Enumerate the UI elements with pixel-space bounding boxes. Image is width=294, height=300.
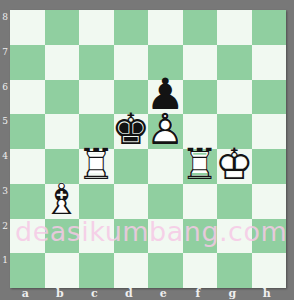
square-h7[interactable] <box>252 45 287 80</box>
square-a5[interactable] <box>10 114 45 149</box>
board-frame: ♟♚♟♙♜♖♜♖♚♔♝♗ 87654321 abcdefgh deasikumb… <box>0 0 294 300</box>
white-rook[interactable]: ♜♖ <box>183 147 218 182</box>
king-glyph-outline: ♔ <box>215 143 254 186</box>
file-label-a: a <box>8 288 43 300</box>
square-h3[interactable] <box>252 184 287 219</box>
square-d8[interactable] <box>114 10 149 45</box>
file-label-h: h <box>250 288 285 300</box>
square-c3[interactable] <box>79 184 114 219</box>
rank-label-7: 7 <box>0 47 10 57</box>
square-g1[interactable] <box>217 253 252 288</box>
square-e4[interactable] <box>148 149 183 184</box>
square-b7[interactable] <box>45 45 80 80</box>
file-label-f: f <box>181 288 216 300</box>
square-b5[interactable] <box>45 114 80 149</box>
square-f3[interactable] <box>183 184 218 219</box>
file-label-d: d <box>112 288 147 300</box>
rank-label-3: 3 <box>0 186 10 196</box>
file-label-b: b <box>43 288 78 300</box>
square-c1[interactable] <box>79 253 114 288</box>
square-g3[interactable] <box>217 184 252 219</box>
square-b3[interactable]: ♝♗ <box>45 184 80 219</box>
rank-label-4: 4 <box>0 151 10 161</box>
square-a1[interactable] <box>10 253 45 288</box>
square-g7[interactable] <box>217 45 252 80</box>
square-f6[interactable] <box>183 80 218 115</box>
rook-glyph-outline: ♖ <box>180 143 219 186</box>
square-d4[interactable] <box>114 149 149 184</box>
square-h6[interactable] <box>252 80 287 115</box>
white-rook[interactable]: ♜♖ <box>79 147 114 182</box>
square-g4[interactable]: ♚♔ <box>217 149 252 184</box>
square-f7[interactable] <box>183 45 218 80</box>
square-f4[interactable]: ♜♖ <box>183 149 218 184</box>
square-f8[interactable] <box>183 10 218 45</box>
square-h5[interactable] <box>252 114 287 149</box>
square-c6[interactable] <box>79 80 114 115</box>
square-d7[interactable] <box>114 45 149 80</box>
rook-glyph-outline: ♖ <box>77 143 116 186</box>
bishop-glyph-outline: ♗ <box>42 178 81 221</box>
rank-label-2: 2 <box>0 221 10 231</box>
square-b8[interactable] <box>45 10 80 45</box>
square-a8[interactable] <box>10 10 45 45</box>
square-d5[interactable]: ♚ <box>114 114 149 149</box>
rank-label-1: 1 <box>0 255 10 265</box>
file-label-g: g <box>215 288 250 300</box>
square-b1[interactable] <box>45 253 80 288</box>
square-a3[interactable] <box>10 184 45 219</box>
square-h8[interactable] <box>252 10 287 45</box>
square-e5[interactable]: ♟♙ <box>148 114 183 149</box>
square-d3[interactable] <box>114 184 149 219</box>
square-e8[interactable] <box>148 10 183 45</box>
square-h4[interactable] <box>252 149 287 184</box>
square-c4[interactable]: ♜♖ <box>79 149 114 184</box>
square-g8[interactable] <box>217 10 252 45</box>
square-h1[interactable] <box>252 253 287 288</box>
file-label-e: e <box>146 288 181 300</box>
square-c7[interactable] <box>79 45 114 80</box>
white-pawn[interactable]: ♟♙ <box>148 112 183 147</box>
square-a7[interactable] <box>10 45 45 80</box>
white-bishop[interactable]: ♝♗ <box>45 182 80 217</box>
rank-label-8: 8 <box>0 12 10 22</box>
square-g6[interactable] <box>217 80 252 115</box>
white-king[interactable]: ♚♔ <box>217 147 252 182</box>
square-e3[interactable] <box>148 184 183 219</box>
square-d1[interactable] <box>114 253 149 288</box>
square-a4[interactable] <box>10 149 45 184</box>
rank-label-5: 5 <box>0 116 10 126</box>
rank-label-6: 6 <box>0 82 10 92</box>
black-king[interactable]: ♚ <box>114 112 149 147</box>
square-e1[interactable] <box>148 253 183 288</box>
pawn-glyph-outline: ♙ <box>146 108 185 151</box>
square-b6[interactable] <box>45 80 80 115</box>
square-c8[interactable] <box>79 10 114 45</box>
square-a6[interactable] <box>10 80 45 115</box>
square-f1[interactable] <box>183 253 218 288</box>
file-label-c: c <box>77 288 112 300</box>
